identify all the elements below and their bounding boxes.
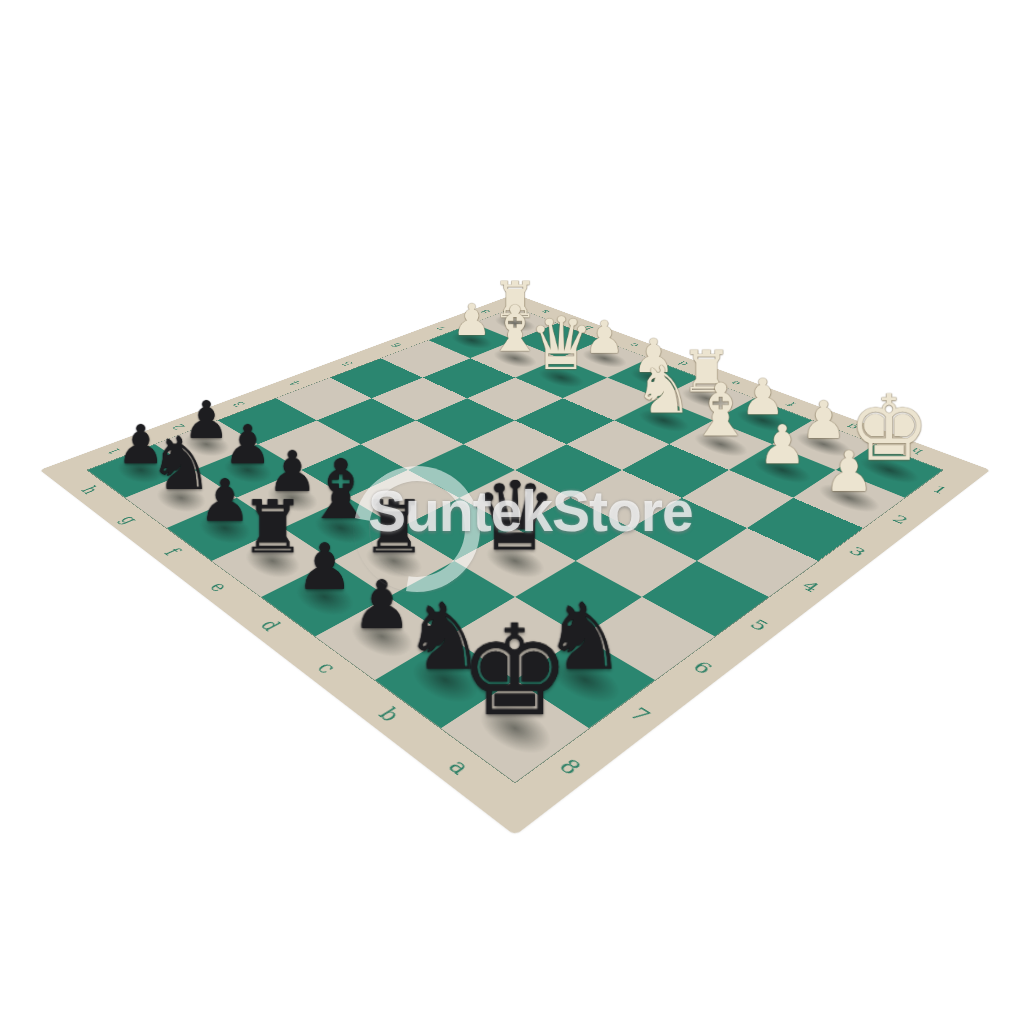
black-rook-piece-d7: ♜ bbox=[361, 494, 426, 561]
white-pawn-piece-b2: ♟ bbox=[758, 421, 806, 470]
board-grid: ♜♟♟♜♟♟♚♟♝♛♞♝♟♟♛♟♟♟♝♜♞♟♞♟♜♟♟♞♚ bbox=[87, 307, 942, 782]
white-bishop-piece-c2: ♝ bbox=[688, 377, 753, 444]
white-pawn-piece-a2: ♟ bbox=[824, 446, 874, 497]
white-pawn-piece-b1: ♟ bbox=[800, 397, 846, 445]
white-queen-piece-f2: ♛ bbox=[529, 311, 594, 378]
chessboard: ♜♟♟♜♟♟♚♟♝♛♞♝♟♟♛♟♟♟♝♜♞♟♞♟♜♟♟♞♚ hgfedcba h… bbox=[40, 294, 990, 835]
white-pawn-piece-h2: ♟ bbox=[452, 300, 491, 340]
white-knight-piece-d2: ♞ bbox=[634, 360, 693, 420]
product-photo-scene: ♜♟♟♜♟♟♚♟♝♛♞♝♟♟♛♟♟♟♝♜♞♟♞♟♜♟♟♞♚ hgfedcba h… bbox=[0, 0, 1024, 1024]
black-king-piece-a8: ♚ bbox=[459, 613, 571, 728]
black-pawn-piece-g7: ♟ bbox=[224, 421, 272, 470]
black-queen-piece-c6: ♛ bbox=[472, 473, 557, 561]
black-pawn-piece-d8: ♟ bbox=[296, 538, 353, 597]
square-c4 bbox=[571, 470, 682, 528]
